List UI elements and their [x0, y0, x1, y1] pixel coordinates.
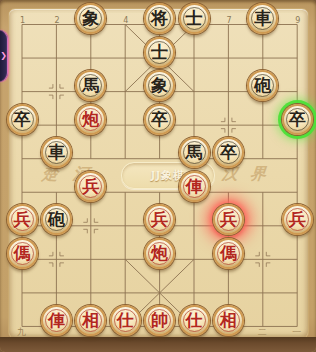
piece-black-horse[interactable]: 馬 [179, 137, 210, 168]
piece-character: 帥 [151, 312, 168, 329]
piece-character: 兵 [151, 211, 168, 228]
piece-black-elephant[interactable]: 象 [144, 70, 175, 101]
side-drawer-handle[interactable]: ❯ [0, 30, 8, 82]
piece-red-king[interactable]: 帥 [144, 305, 175, 336]
piece-black-soldier[interactable]: 卒 [213, 137, 244, 168]
piece-character: 卒 [151, 111, 168, 128]
chevron-right-icon: ❯ [0, 52, 7, 60]
file-label-top-1: 1 [20, 16, 25, 25]
piece-character: 相 [82, 312, 99, 329]
piece-black-soldier[interactable]: 卒 [7, 104, 38, 135]
file-label-top-9: 9 [295, 16, 300, 25]
piece-character: 象 [82, 10, 99, 27]
piece-character: 仕 [186, 312, 203, 329]
piece-character: 砲 [48, 211, 65, 228]
piece-red-horse[interactable]: 傌 [7, 238, 38, 269]
piece-red-cannon[interactable]: 炮 [75, 104, 106, 135]
piece-character: 馬 [82, 77, 99, 94]
piece-red-advisor[interactable]: 仕 [110, 305, 141, 336]
piece-red-soldier[interactable]: 兵 [7, 204, 38, 235]
piece-character: 象 [151, 77, 168, 94]
piece-character: 馬 [186, 144, 203, 161]
piece-red-chariot[interactable]: 俥 [41, 305, 72, 336]
piece-character: 将 [151, 10, 168, 27]
piece-red-cannon[interactable]: 炮 [144, 238, 175, 269]
file-label-top-2: 2 [54, 16, 59, 25]
piece-character: 傌 [14, 245, 31, 262]
file-label-bottom-8: 二 [258, 326, 267, 339]
piece-character: 砲 [254, 77, 271, 94]
piece-character: 炮 [151, 245, 168, 262]
piece-red-horse[interactable]: 傌 [213, 238, 244, 269]
piece-black-soldier[interactable]: 卒 [282, 104, 313, 135]
piece-black-advisor[interactable]: 士 [179, 3, 210, 34]
piece-black-chariot[interactable]: 車 [41, 137, 72, 168]
file-label-bottom-9: 一 [292, 326, 301, 339]
piece-character: 相 [220, 312, 237, 329]
piece-character: 車 [254, 10, 271, 27]
piece-character: 卒 [289, 111, 306, 128]
piece-character: 兵 [220, 211, 237, 228]
piece-red-elephant[interactable]: 相 [213, 305, 244, 336]
piece-character: 兵 [289, 211, 306, 228]
piece-black-cannon[interactable]: 砲 [41, 204, 72, 235]
piece-character: 兵 [14, 211, 31, 228]
piece-red-soldier[interactable]: 兵 [282, 204, 313, 235]
piece-character: 卒 [14, 111, 31, 128]
piece-black-king[interactable]: 将 [144, 3, 175, 34]
piece-character: 卒 [220, 144, 237, 161]
xiangqi-app-screen: 楚河 汉界 JJ象棋 123456789 九八七六五四三二一 象将士車士馬象砲卒… [0, 0, 316, 352]
piece-black-advisor[interactable]: 士 [144, 37, 175, 68]
piece-red-advisor[interactable]: 仕 [179, 305, 210, 336]
piece-black-soldier[interactable]: 卒 [144, 104, 175, 135]
piece-character: 炮 [82, 111, 99, 128]
piece-character: 傌 [220, 245, 237, 262]
piece-character: 士 [151, 44, 168, 61]
piece-character: 車 [48, 144, 65, 161]
piece-character: 俥 [48, 312, 65, 329]
file-label-top-4: 4 [123, 16, 128, 25]
piece-character: 兵 [82, 178, 99, 195]
piece-red-soldier[interactable]: 兵 [213, 204, 244, 235]
piece-red-chariot[interactable]: 俥 [179, 171, 210, 202]
file-label-top-7: 7 [226, 16, 231, 25]
piece-character: 俥 [186, 178, 203, 195]
piece-character: 士 [186, 10, 203, 27]
piece-red-soldier[interactable]: 兵 [75, 171, 106, 202]
file-label-bottom-1: 九 [17, 326, 26, 339]
piece-character: 仕 [117, 312, 134, 329]
